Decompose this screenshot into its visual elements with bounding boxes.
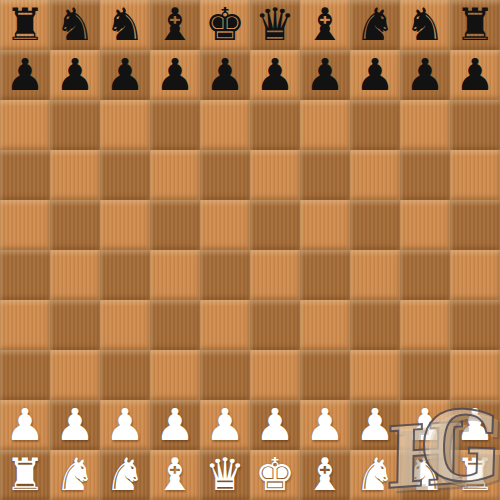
square-r7c7[interactable] bbox=[300, 300, 350, 350]
square-r6c9[interactable] bbox=[400, 250, 450, 300]
white-bishop: ♝ bbox=[305, 450, 345, 500]
square-r5c2[interactable] bbox=[50, 200, 100, 250]
square-r7c6[interactable] bbox=[250, 300, 300, 350]
square-r10c1[interactable]: ♜ bbox=[0, 450, 50, 500]
square-r10c6[interactable]: ♚ bbox=[250, 450, 300, 500]
square-r9c1[interactable]: ♟ bbox=[0, 400, 50, 450]
board-grid: ♜♞♞♝♚♛♝♞♞♜♟♟♟♟♟♟♟♟♟♟♟♟♟♟♟♟♟♟♟♟♜♞♞♝♛♚♝♞♞♜ bbox=[0, 0, 500, 500]
black-pawn: ♟ bbox=[5, 50, 44, 100]
white-rook: ♜ bbox=[5, 450, 45, 500]
square-r6c2[interactable] bbox=[50, 250, 100, 300]
square-r7c3[interactable] bbox=[100, 300, 150, 350]
square-r2c7[interactable]: ♟ bbox=[300, 50, 350, 100]
square-r8c8[interactable] bbox=[350, 350, 400, 400]
square-r3c3[interactable] bbox=[100, 100, 150, 150]
square-r10c2[interactable]: ♞ bbox=[50, 450, 100, 500]
black-pawn: ♟ bbox=[355, 50, 394, 100]
black-pawn: ♟ bbox=[205, 50, 244, 100]
black-pawn: ♟ bbox=[455, 50, 494, 100]
square-r1c7[interactable]: ♝ bbox=[300, 0, 350, 50]
black-pawn: ♟ bbox=[55, 50, 94, 100]
square-r4c1[interactable] bbox=[0, 150, 50, 200]
square-r6c4[interactable] bbox=[150, 250, 200, 300]
square-r3c8[interactable] bbox=[350, 100, 400, 150]
square-r4c7[interactable] bbox=[300, 150, 350, 200]
white-pawn: ♟ bbox=[5, 400, 44, 450]
square-r5c10[interactable] bbox=[450, 200, 500, 250]
white-pawn: ♟ bbox=[205, 400, 244, 450]
square-r2c3[interactable]: ♟ bbox=[100, 50, 150, 100]
square-r8c5[interactable] bbox=[200, 350, 250, 400]
white-pawn: ♟ bbox=[305, 400, 344, 450]
black-knight: ♞ bbox=[405, 0, 445, 50]
black-knight: ♞ bbox=[355, 0, 395, 50]
black-rook: ♜ bbox=[455, 0, 495, 50]
square-r7c10[interactable] bbox=[450, 300, 500, 350]
square-r10c10[interactable]: ♜ bbox=[450, 450, 500, 500]
square-r3c9[interactable] bbox=[400, 100, 450, 150]
square-r1c8[interactable]: ♞ bbox=[350, 0, 400, 50]
white-pawn: ♟ bbox=[105, 400, 144, 450]
black-bishop: ♝ bbox=[305, 0, 345, 50]
square-r4c2[interactable] bbox=[50, 150, 100, 200]
square-r2c6[interactable]: ♟ bbox=[250, 50, 300, 100]
square-r8c7[interactable] bbox=[300, 350, 350, 400]
square-r6c5[interactable] bbox=[200, 250, 250, 300]
square-r8c1[interactable] bbox=[0, 350, 50, 400]
black-pawn: ♟ bbox=[255, 50, 294, 100]
square-r1c3[interactable]: ♞ bbox=[100, 0, 150, 50]
square-r1c6[interactable]: ♛ bbox=[250, 0, 300, 50]
square-r4c5[interactable] bbox=[200, 150, 250, 200]
white-queen: ♛ bbox=[205, 450, 245, 500]
square-r1c1[interactable]: ♜ bbox=[0, 0, 50, 50]
white-pawn: ♟ bbox=[55, 400, 94, 450]
black-knight: ♞ bbox=[105, 0, 145, 50]
square-r3c10[interactable] bbox=[450, 100, 500, 150]
black-knight: ♞ bbox=[55, 0, 95, 50]
square-r3c1[interactable] bbox=[0, 100, 50, 150]
black-pawn: ♟ bbox=[305, 50, 344, 100]
square-r8c4[interactable] bbox=[150, 350, 200, 400]
chessboard-image: ♜♞♞♝♚♛♝♞♞♜♟♟♟♟♟♟♟♟♟♟♟♟♟♟♟♟♟♟♟♟♜♞♞♝♛♚♝♞♞♜… bbox=[0, 0, 500, 500]
square-r6c7[interactable] bbox=[300, 250, 350, 300]
square-r7c8[interactable] bbox=[350, 300, 400, 350]
square-r6c3[interactable] bbox=[100, 250, 150, 300]
square-r4c6[interactable] bbox=[250, 150, 300, 200]
square-r1c5[interactable]: ♚ bbox=[200, 0, 250, 50]
square-r3c7[interactable] bbox=[300, 100, 350, 150]
square-r7c1[interactable] bbox=[0, 300, 50, 350]
square-r9c3[interactable]: ♟ bbox=[100, 400, 150, 450]
square-r8c9[interactable] bbox=[400, 350, 450, 400]
square-r6c8[interactable] bbox=[350, 250, 400, 300]
square-r10c5[interactable]: ♛ bbox=[200, 450, 250, 500]
square-r2c5[interactable]: ♟ bbox=[200, 50, 250, 100]
white-pawn: ♟ bbox=[405, 400, 444, 450]
square-r9c2[interactable]: ♟ bbox=[50, 400, 100, 450]
square-r4c3[interactable] bbox=[100, 150, 150, 200]
white-knight: ♞ bbox=[405, 450, 445, 500]
square-r2c8[interactable]: ♟ bbox=[350, 50, 400, 100]
square-r5c8[interactable] bbox=[350, 200, 400, 250]
square-r9c9[interactable]: ♟ bbox=[400, 400, 450, 450]
square-r2c1[interactable]: ♟ bbox=[0, 50, 50, 100]
square-r6c6[interactable] bbox=[250, 250, 300, 300]
white-king: ♚ bbox=[255, 450, 295, 500]
square-r5c4[interactable] bbox=[150, 200, 200, 250]
square-r4c10[interactable] bbox=[450, 150, 500, 200]
square-r10c4[interactable]: ♝ bbox=[150, 450, 200, 500]
black-pawn: ♟ bbox=[405, 50, 444, 100]
square-r7c5[interactable] bbox=[200, 300, 250, 350]
square-r9c4[interactable]: ♟ bbox=[150, 400, 200, 450]
square-r3c4[interactable] bbox=[150, 100, 200, 150]
square-r5c7[interactable] bbox=[300, 200, 350, 250]
square-r9c8[interactable]: ♟ bbox=[350, 400, 400, 450]
black-pawn: ♟ bbox=[105, 50, 144, 100]
square-r2c10[interactable]: ♟ bbox=[450, 50, 500, 100]
square-r1c9[interactable]: ♞ bbox=[400, 0, 450, 50]
square-r5c3[interactable] bbox=[100, 200, 150, 250]
square-r4c9[interactable] bbox=[400, 150, 450, 200]
white-rook: ♜ bbox=[455, 450, 495, 500]
white-pawn: ♟ bbox=[355, 400, 394, 450]
white-pawn: ♟ bbox=[455, 400, 494, 450]
square-r5c1[interactable] bbox=[0, 200, 50, 250]
black-king: ♚ bbox=[205, 0, 245, 50]
square-r2c2[interactable]: ♟ bbox=[50, 50, 100, 100]
square-r6c1[interactable] bbox=[0, 250, 50, 300]
white-knight: ♞ bbox=[355, 450, 395, 500]
white-bishop: ♝ bbox=[155, 450, 195, 500]
square-r4c4[interactable] bbox=[150, 150, 200, 200]
square-r10c8[interactable]: ♞ bbox=[350, 450, 400, 500]
square-r5c9[interactable] bbox=[400, 200, 450, 250]
square-r3c2[interactable] bbox=[50, 100, 100, 150]
square-r7c2[interactable] bbox=[50, 300, 100, 350]
white-knight: ♞ bbox=[105, 450, 145, 500]
square-r8c6[interactable] bbox=[250, 350, 300, 400]
square-r7c4[interactable] bbox=[150, 300, 200, 350]
square-r8c2[interactable] bbox=[50, 350, 100, 400]
square-r2c4[interactable]: ♟ bbox=[150, 50, 200, 100]
square-r5c6[interactable] bbox=[250, 200, 300, 250]
square-r9c5[interactable]: ♟ bbox=[200, 400, 250, 450]
square-r7c9[interactable] bbox=[400, 300, 450, 350]
square-r9c10[interactable]: ♟ bbox=[450, 400, 500, 450]
black-bishop: ♝ bbox=[155, 0, 195, 50]
square-r1c2[interactable]: ♞ bbox=[50, 0, 100, 50]
square-r6c10[interactable] bbox=[450, 250, 500, 300]
square-r3c6[interactable] bbox=[250, 100, 300, 150]
square-r1c10[interactable]: ♜ bbox=[450, 0, 500, 50]
black-pawn: ♟ bbox=[155, 50, 194, 100]
square-r3c5[interactable] bbox=[200, 100, 250, 150]
square-r8c10[interactable] bbox=[450, 350, 500, 400]
square-r9c6[interactable]: ♟ bbox=[250, 400, 300, 450]
square-r10c9[interactable]: ♞ bbox=[400, 450, 450, 500]
square-r10c7[interactable]: ♝ bbox=[300, 450, 350, 500]
square-r1c4[interactable]: ♝ bbox=[150, 0, 200, 50]
white-pawn: ♟ bbox=[155, 400, 194, 450]
square-r4c8[interactable] bbox=[350, 150, 400, 200]
black-rook: ♜ bbox=[5, 0, 45, 50]
square-r5c5[interactable] bbox=[200, 200, 250, 250]
square-r2c9[interactable]: ♟ bbox=[400, 50, 450, 100]
square-r8c3[interactable] bbox=[100, 350, 150, 400]
black-queen: ♛ bbox=[255, 0, 295, 50]
white-knight: ♞ bbox=[55, 450, 95, 500]
square-r10c3[interactable]: ♞ bbox=[100, 450, 150, 500]
white-pawn: ♟ bbox=[255, 400, 294, 450]
square-r9c7[interactable]: ♟ bbox=[300, 400, 350, 450]
